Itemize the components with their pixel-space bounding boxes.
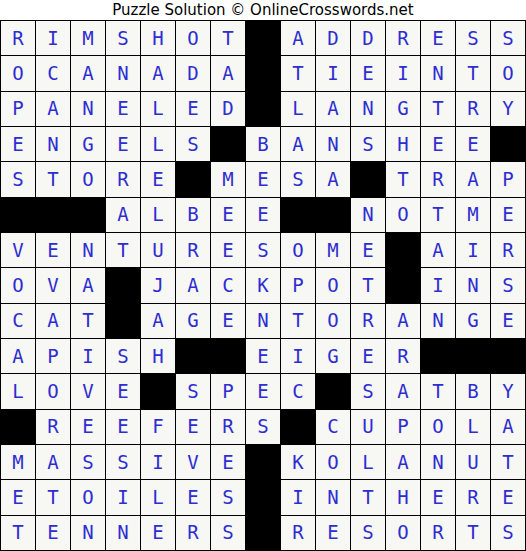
cell-r2c5: A [141, 56, 175, 90]
cell-r8c14: N [456, 268, 490, 302]
cell-r2c11: E [351, 56, 385, 90]
cell-r2c1: O [1, 56, 35, 90]
cell-r14c11: T [351, 480, 385, 514]
cell-r11c11: S [351, 374, 385, 408]
cell-r13c7: E [211, 445, 245, 479]
cell-r4c10: N [316, 127, 350, 161]
cell-r5c4: R [106, 162, 140, 196]
cell-r14c3: O [71, 480, 105, 514]
cell-r10c10: G [316, 339, 350, 373]
black-cell-r7c12 [386, 233, 420, 267]
cell-r11c4: E [106, 374, 140, 408]
cell-r4c5: L [141, 127, 175, 161]
cell-r5c15: P [491, 162, 525, 196]
cell-r7c15: R [491, 233, 525, 267]
black-cell-r2c8 [246, 56, 280, 90]
cell-r2c15: O [491, 56, 525, 90]
black-cell-r11c5 [141, 374, 175, 408]
cell-r14c6: E [176, 480, 210, 514]
cell-r1c12: R [386, 21, 420, 55]
cell-r7c13: A [421, 233, 455, 267]
cell-r12c4: E [106, 410, 140, 444]
cell-r6c6: B [176, 198, 210, 232]
cell-r14c13: E [421, 480, 455, 514]
cell-r7c10: M [316, 233, 350, 267]
cell-r15c15: S [491, 516, 525, 550]
cell-r9c13: N [421, 304, 455, 338]
cell-r8c3: A [71, 268, 105, 302]
cell-r8c10: O [316, 268, 350, 302]
cell-r8c11: T [351, 268, 385, 302]
cell-r15c13: R [421, 516, 455, 550]
cell-r14c12: H [386, 480, 420, 514]
black-cell-r10c14 [456, 339, 490, 373]
cell-r15c7: S [211, 516, 245, 550]
black-cell-r5c11 [351, 162, 385, 196]
cell-r9c2: A [36, 304, 70, 338]
cell-r15c10: E [316, 516, 350, 550]
cell-r12c7: R [211, 410, 245, 444]
cell-r14c10: N [316, 480, 350, 514]
cell-r7c8: S [246, 233, 280, 267]
crossword-grid: RIMSHOTADDRESSOCANADATIEINTOPANELEDLANGT… [0, 20, 526, 551]
cell-r7c7: E [211, 233, 245, 267]
cell-r2c2: C [36, 56, 70, 90]
cell-r11c1: L [1, 374, 35, 408]
cell-r2c10: I [316, 56, 350, 90]
black-cell-r12c9 [281, 410, 315, 444]
cell-r14c2: T [36, 480, 70, 514]
cell-r2c9: T [281, 56, 315, 90]
cell-r5c9: S [281, 162, 315, 196]
cell-r15c9: R [281, 516, 315, 550]
cell-r1c6: O [176, 21, 210, 55]
cell-r13c4: S [106, 445, 140, 479]
cell-r5c13: R [421, 162, 455, 196]
cell-r13c2: A [36, 445, 70, 479]
cell-r14c14: R [456, 480, 490, 514]
cell-r11c14: B [456, 374, 490, 408]
cell-r4c1: E [1, 127, 35, 161]
cell-r10c1: A [1, 339, 35, 373]
cell-r3c5: L [141, 92, 175, 126]
cell-r15c4: N [106, 516, 140, 550]
black-cell-r10c7 [211, 339, 245, 373]
cell-r14c4: I [106, 480, 140, 514]
cell-r9c9: T [281, 304, 315, 338]
cell-r9c7: E [211, 304, 245, 338]
cell-r10c4: S [106, 339, 140, 373]
cell-r9c15: E [491, 304, 525, 338]
cell-r9c5: A [141, 304, 175, 338]
black-cell-r3c8 [246, 92, 280, 126]
cell-r4c9: A [281, 127, 315, 161]
black-cell-r11c10 [316, 374, 350, 408]
cell-r1c15: S [491, 21, 525, 55]
black-cell-r6c10 [316, 198, 350, 232]
black-cell-r14c8 [246, 480, 280, 514]
black-cell-r4c7 [211, 127, 245, 161]
cell-r2c7: A [211, 56, 245, 90]
cell-r7c1: V [1, 233, 35, 267]
cell-r4c11: S [351, 127, 385, 161]
cell-r9c6: G [176, 304, 210, 338]
cell-r8c8: K [246, 268, 280, 302]
cell-r8c1: O [1, 268, 35, 302]
black-cell-r6c3 [71, 198, 105, 232]
cell-r11c13: T [421, 374, 455, 408]
black-cell-r5c6 [176, 162, 210, 196]
cell-r15c5: E [141, 516, 175, 550]
cell-r9c14: G [456, 304, 490, 338]
cell-r13c5: I [141, 445, 175, 479]
cell-r8c9: P [281, 268, 315, 302]
cell-r13c3: S [71, 445, 105, 479]
cell-r6c8: E [246, 198, 280, 232]
cell-r13c9: K [281, 445, 315, 479]
cell-r12c8: S [246, 410, 280, 444]
cell-r13c1: M [1, 445, 35, 479]
cell-r6c5: L [141, 198, 175, 232]
puzzle-page: Puzzle Solution © OnlineCrosswords.net R… [0, 0, 526, 551]
puzzle-title: Puzzle Solution © OnlineCrosswords.net [0, 0, 526, 20]
cell-r1c1: R [1, 21, 35, 55]
cell-r15c3: N [71, 516, 105, 550]
cell-r2c4: N [106, 56, 140, 90]
cell-r5c5: E [141, 162, 175, 196]
cell-r11c9: C [281, 374, 315, 408]
cell-r10c8: E [246, 339, 280, 373]
cell-r3c3: N [71, 92, 105, 126]
cell-r6c7: E [211, 198, 245, 232]
cell-r14c15: E [491, 480, 525, 514]
cell-r13c6: V [176, 445, 210, 479]
cell-r8c5: J [141, 268, 175, 302]
cell-r1c11: D [351, 21, 385, 55]
cell-r3c9: L [281, 92, 315, 126]
cell-r15c12: O [386, 516, 420, 550]
cell-r9c10: O [316, 304, 350, 338]
cell-r3c1: P [1, 92, 35, 126]
cell-r2c12: I [386, 56, 420, 90]
cell-r5c2: T [36, 162, 70, 196]
cell-r15c11: S [351, 516, 385, 550]
cell-r13c14: U [456, 445, 490, 479]
cell-r6c12: O [386, 198, 420, 232]
cell-r6c4: A [106, 198, 140, 232]
cell-r3c4: E [106, 92, 140, 126]
black-cell-r6c1 [1, 198, 35, 232]
cell-r12c2: R [36, 410, 70, 444]
cell-r7c3: N [71, 233, 105, 267]
cell-r3c2: A [36, 92, 70, 126]
black-cell-r10c15 [491, 339, 525, 373]
cell-r14c7: S [211, 480, 245, 514]
cell-r10c5: H [141, 339, 175, 373]
cell-r2c14: T [456, 56, 490, 90]
cell-r2c13: N [421, 56, 455, 90]
cell-r9c12: A [386, 304, 420, 338]
cell-r12c13: O [421, 410, 455, 444]
cell-r1c3: M [71, 21, 105, 55]
cell-r9c3: T [71, 304, 105, 338]
cell-r10c3: I [71, 339, 105, 373]
cell-r8c13: I [421, 268, 455, 302]
black-cell-r6c2 [36, 198, 70, 232]
black-cell-r6c9 [281, 198, 315, 232]
cell-r2c3: A [71, 56, 105, 90]
cell-r8c2: V [36, 268, 70, 302]
cell-r12c10: C [316, 410, 350, 444]
cell-r12c6: E [176, 410, 210, 444]
cell-r3c15: Y [491, 92, 525, 126]
cell-r9c11: R [351, 304, 385, 338]
cell-r15c14: T [456, 516, 490, 550]
cell-r7c11: E [351, 233, 385, 267]
cell-r6c11: N [351, 198, 385, 232]
cell-r15c1: T [1, 516, 35, 550]
cell-r5c3: O [71, 162, 105, 196]
cell-r8c15: S [491, 268, 525, 302]
cell-r9c8: N [246, 304, 280, 338]
cell-r10c2: P [36, 339, 70, 373]
cell-r10c11: E [351, 339, 385, 373]
cell-r11c3: V [71, 374, 105, 408]
cell-r3c6: E [176, 92, 210, 126]
cell-r4c3: G [71, 127, 105, 161]
black-cell-r8c12 [386, 268, 420, 302]
cell-r6c15: E [491, 198, 525, 232]
cell-r1c9: A [281, 21, 315, 55]
cell-r1c7: T [211, 21, 245, 55]
cell-r3c12: G [386, 92, 420, 126]
cell-r4c14: E [456, 127, 490, 161]
cell-r10c12: R [386, 339, 420, 373]
black-cell-r15c8 [246, 516, 280, 550]
cell-r5c10: A [316, 162, 350, 196]
cell-r3c11: N [351, 92, 385, 126]
cell-r4c12: H [386, 127, 420, 161]
cell-r7c14: I [456, 233, 490, 267]
cell-r11c8: E [246, 374, 280, 408]
cell-r14c1: E [1, 480, 35, 514]
cell-r9c1: C [1, 304, 35, 338]
cell-r5c1: S [1, 162, 35, 196]
cell-r7c2: E [36, 233, 70, 267]
black-cell-r8c4 [106, 268, 140, 302]
cell-r11c6: S [176, 374, 210, 408]
cell-r3c10: A [316, 92, 350, 126]
cell-r12c11: U [351, 410, 385, 444]
black-cell-r10c6 [176, 339, 210, 373]
cell-r15c2: E [36, 516, 70, 550]
cell-r5c8: E [246, 162, 280, 196]
cell-r5c7: M [211, 162, 245, 196]
cell-r3c13: T [421, 92, 455, 126]
cell-r15c6: R [176, 516, 210, 550]
black-cell-r13c8 [246, 445, 280, 479]
cell-r11c15: Y [491, 374, 525, 408]
cell-r13c10: O [316, 445, 350, 479]
cell-r11c2: O [36, 374, 70, 408]
cell-r11c7: P [211, 374, 245, 408]
black-cell-r12c1 [1, 410, 35, 444]
cell-r3c7: D [211, 92, 245, 126]
black-cell-r10c13 [421, 339, 455, 373]
cell-r1c10: D [316, 21, 350, 55]
cell-r6c13: T [421, 198, 455, 232]
cell-r14c5: L [141, 480, 175, 514]
cell-r1c4: S [106, 21, 140, 55]
cell-r5c14: A [456, 162, 490, 196]
black-cell-r4c15 [491, 127, 525, 161]
cell-r4c13: E [421, 127, 455, 161]
cell-r8c6: A [176, 268, 210, 302]
cell-r1c13: E [421, 21, 455, 55]
cell-r10c9: I [281, 339, 315, 373]
cell-r3c14: R [456, 92, 490, 126]
cell-r13c15: T [491, 445, 525, 479]
cell-r4c2: N [36, 127, 70, 161]
cell-r2c6: D [176, 56, 210, 90]
cell-r1c5: H [141, 21, 175, 55]
cell-r6c14: M [456, 198, 490, 232]
cell-r7c9: O [281, 233, 315, 267]
cell-r13c12: A [386, 445, 420, 479]
cell-r13c11: L [351, 445, 385, 479]
cell-r13c13: N [421, 445, 455, 479]
cell-r7c5: U [141, 233, 175, 267]
black-cell-r9c4 [106, 304, 140, 338]
cell-r5c12: T [386, 162, 420, 196]
cell-r1c14: S [456, 21, 490, 55]
cell-r12c15: A [491, 410, 525, 444]
cell-r12c3: E [71, 410, 105, 444]
cell-r4c6: S [176, 127, 210, 161]
cell-r4c4: E [106, 127, 140, 161]
cell-r7c4: T [106, 233, 140, 267]
cell-r12c14: L [456, 410, 490, 444]
cell-r14c9: I [281, 480, 315, 514]
cell-r1c2: I [36, 21, 70, 55]
cell-r12c5: F [141, 410, 175, 444]
cell-r7c6: R [176, 233, 210, 267]
cell-r8c7: C [211, 268, 245, 302]
cell-r11c12: A [386, 374, 420, 408]
black-cell-r1c8 [246, 21, 280, 55]
cell-r12c12: P [386, 410, 420, 444]
cell-r4c8: B [246, 127, 280, 161]
